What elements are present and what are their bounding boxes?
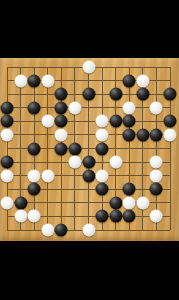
black-stone [109,115,122,128]
black-stone [123,115,136,128]
black-stone [136,88,149,101]
white-stone [150,101,163,114]
white-stone [150,156,163,169]
white-stone [123,101,136,114]
black-stone [28,183,41,196]
black-stone [96,142,109,155]
white-stone [1,128,14,141]
black-stone [123,183,136,196]
black-stone [1,115,14,128]
white-stone [82,61,95,74]
black-stone [123,128,136,141]
white-stone [41,74,54,87]
white-stone [68,156,81,169]
white-stone [68,101,81,114]
white-stone [41,224,54,237]
black-stone [109,210,122,223]
black-stone [164,88,177,101]
black-stone [28,142,41,155]
bottom-letterbox [0,241,179,300]
white-stone [28,169,41,182]
white-stone [41,115,54,128]
board-grid[interactable] [7,67,170,230]
white-stone [150,210,163,223]
black-stone [28,74,41,87]
white-stone [41,169,54,182]
black-stone [82,88,95,101]
black-stone [136,128,149,141]
black-stone [109,196,122,209]
black-stone [55,224,68,237]
white-stone [1,196,14,209]
black-stone [55,101,68,114]
white-stone [55,128,68,141]
black-stone [55,115,68,128]
black-stone [150,183,163,196]
black-stone [55,142,68,155]
black-stone [150,128,163,141]
black-stone [123,74,136,87]
white-stone [82,224,95,237]
black-stone [14,196,27,209]
white-stone [136,74,149,87]
black-stone [28,101,41,114]
white-stone [14,74,27,87]
white-stone [96,169,109,182]
white-stone [14,210,27,223]
white-stone [96,128,109,141]
black-stone [96,210,109,223]
white-stone [123,196,136,209]
go-board[interactable] [0,58,179,241]
top-letterbox [0,0,179,58]
black-stone [82,156,95,169]
white-stone [28,210,41,223]
white-stone [1,169,14,182]
black-stone [1,101,14,114]
white-stone [109,156,122,169]
white-stone [150,169,163,182]
go-app-screen [0,0,179,300]
black-stone [164,115,177,128]
black-stone [68,142,81,155]
black-stone [109,88,122,101]
white-stone [136,196,149,209]
black-stone [1,156,14,169]
black-stone [82,169,95,182]
grid-line-vertical [156,67,157,230]
white-stone [96,115,109,128]
black-stone [96,183,109,196]
black-stone [123,210,136,223]
black-stone [55,88,68,101]
white-stone [164,128,177,141]
